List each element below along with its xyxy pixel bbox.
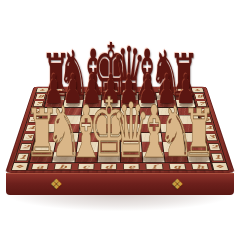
chess-set-photo: abcdefgh abcdefgh 87654321 87654321 ❖ ❖ … <box>0 0 238 238</box>
brass-clasp-icon: ❖ <box>50 177 63 191</box>
board-front-face: ❖ ❖ <box>6 173 234 195</box>
brass-clasp-icon: ❖ <box>171 177 184 191</box>
light-rook-h1[interactable]: ♜ <box>182 108 215 160</box>
